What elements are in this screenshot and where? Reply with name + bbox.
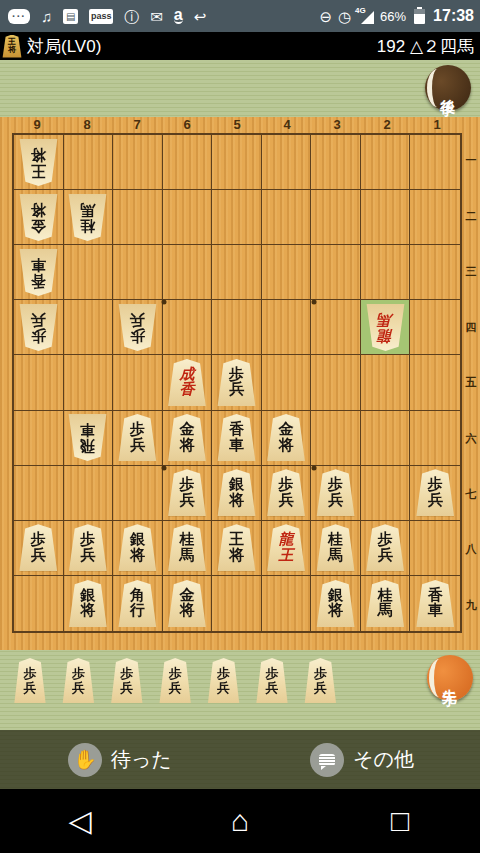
alarm-icon: ◷ <box>338 9 351 24</box>
rank-label: 五 <box>462 355 480 411</box>
shogi-piece[interactable]: 歩兵 <box>216 359 257 406</box>
board-square[interactable] <box>64 135 114 190</box>
mail-icon: ✉ <box>150 9 163 24</box>
board-square[interactable] <box>262 245 312 300</box>
move-counter: 192 △２四馬 <box>377 35 480 58</box>
shogi-piece[interactable]: 桂馬 <box>365 580 406 627</box>
board-square[interactable]: 歩兵 <box>212 355 262 410</box>
board-square[interactable]: 銀将 <box>212 466 262 521</box>
shogi-piece[interactable]: 桂馬 <box>315 524 356 571</box>
rank-label: 九 <box>462 577 480 633</box>
board-square[interactable]: 銀将 <box>113 521 163 576</box>
board-square[interactable] <box>113 135 163 190</box>
shogi-piece[interactable]: 歩兵 <box>13 658 47 703</box>
board-square[interactable]: 桂馬 <box>64 190 114 245</box>
sente-player-badge: 先手 <box>427 655 473 701</box>
board-square[interactable] <box>212 300 262 355</box>
status-bar: ···♫▤passⓘ✉a↩ ⊖ ◷ 4G 66% 17:38 <box>0 0 480 32</box>
bottom-toolbar: ✋ 待った その他 <box>0 730 480 789</box>
board-square[interactable] <box>14 355 64 410</box>
board-square[interactable] <box>14 466 64 521</box>
board-square[interactable] <box>311 300 361 355</box>
shogi-piece[interactable]: 歩兵 <box>303 658 337 703</box>
hand-icon: ✋ <box>68 743 102 777</box>
shogi-piece[interactable]: 金将 <box>266 414 307 461</box>
board-square[interactable]: 桂馬 <box>361 576 411 631</box>
board-square[interactable] <box>410 355 460 410</box>
board-square[interactable]: 金将 <box>262 411 312 466</box>
rank-label: 二 <box>462 189 480 245</box>
shogi-piece[interactable]: 龍馬 <box>365 304 406 351</box>
shogi-piece[interactable]: 香車 <box>216 414 257 461</box>
amazon-icon: a <box>174 8 183 24</box>
board-square[interactable]: 金将 <box>14 190 64 245</box>
board-square[interactable]: 歩兵 <box>113 300 163 355</box>
board-square[interactable] <box>311 411 361 466</box>
board-square[interactable] <box>163 300 213 355</box>
board-square[interactable] <box>410 135 460 190</box>
page-title: 対局(LV0) <box>27 35 377 58</box>
hand-piece[interactable]: 歩兵 <box>13 658 47 703</box>
shogi-piece[interactable]: 香車 <box>18 249 59 296</box>
board-square[interactable] <box>14 576 64 631</box>
board-square[interactable] <box>64 300 114 355</box>
chat-icon <box>310 743 344 777</box>
shogi-piece[interactable]: 歩兵 <box>207 658 241 703</box>
board-square[interactable] <box>410 521 460 576</box>
shogi-piece[interactable]: 金将 <box>166 414 207 461</box>
board-square[interactable] <box>361 355 411 410</box>
board-square[interactable] <box>212 576 262 631</box>
rank-label: 六 <box>462 411 480 467</box>
board-square[interactable] <box>361 245 411 300</box>
file-label: 3 <box>312 117 362 133</box>
info-icon: ⓘ <box>124 9 139 24</box>
shogi-piece[interactable]: 歩兵 <box>117 304 158 351</box>
shogi-piece[interactable]: 銀将 <box>216 469 257 516</box>
music-note-icon: ♫ <box>41 9 52 24</box>
board-square[interactable] <box>64 466 114 521</box>
board-square[interactable] <box>113 190 163 245</box>
board-square[interactable]: 歩兵 <box>14 300 64 355</box>
board-square[interactable] <box>262 135 312 190</box>
board-square[interactable]: 飛車 <box>64 411 114 466</box>
board-square[interactable] <box>113 466 163 521</box>
board-square[interactable]: 成香 <box>163 355 213 410</box>
hand-piece[interactable]: 歩兵 <box>255 658 289 703</box>
board-square[interactable] <box>410 245 460 300</box>
shogi-piece[interactable]: 歩兵 <box>110 658 144 703</box>
board-square[interactable] <box>361 190 411 245</box>
board-grid: 王将金将桂馬香車歩兵歩兵龍馬成香歩兵飛車歩兵金将香車金将歩兵銀将歩兵歩兵歩兵歩兵… <box>12 133 462 633</box>
board-square[interactable] <box>262 190 312 245</box>
rank-label: 八 <box>462 522 480 578</box>
board-square[interactable]: 金将 <box>163 411 213 466</box>
shogi-piece[interactable]: 銀将 <box>117 524 158 571</box>
shogi-piece[interactable]: 歩兵 <box>67 524 108 571</box>
board-square[interactable]: 桂馬 <box>163 521 213 576</box>
board-square[interactable] <box>410 411 460 466</box>
shogi-piece[interactable]: 銀将 <box>315 580 356 627</box>
clock-text: 17:38 <box>433 7 474 25</box>
shogi-piece[interactable]: 金将 <box>166 580 207 627</box>
reply-icon: ↩ <box>194 9 207 24</box>
board-square[interactable]: 歩兵 <box>14 521 64 576</box>
board-square[interactable]: 歩兵 <box>64 521 114 576</box>
shogi-piece[interactable]: 龍王 <box>266 524 307 571</box>
board-square[interactable]: 銀将 <box>311 576 361 631</box>
hand-piece[interactable]: 歩兵 <box>207 658 241 703</box>
rank-label: 七 <box>462 466 480 522</box>
board-square[interactable]: 香車 <box>212 411 262 466</box>
rank-label: 四 <box>462 300 480 356</box>
shogi-piece[interactable]: 歩兵 <box>18 524 59 571</box>
board-square[interactable] <box>212 245 262 300</box>
board-square[interactable]: 金将 <box>163 576 213 631</box>
shogi-piece[interactable]: 飛車 <box>67 414 108 461</box>
board-square[interactable]: 歩兵 <box>163 466 213 521</box>
file-label: 4 <box>262 117 312 133</box>
hoshi-dot <box>312 466 317 471</box>
shogi-piece[interactable]: 歩兵 <box>415 469 456 516</box>
board-square[interactable]: 香車 <box>410 576 460 631</box>
file-label: 9 <box>12 117 62 133</box>
shogi-piece[interactable]: 歩兵 <box>166 469 207 516</box>
board-square[interactable] <box>14 411 64 466</box>
undo-button[interactable]: ✋ 待った <box>68 743 172 777</box>
pass-app-icon: pass <box>89 9 113 24</box>
board-square[interactable] <box>64 355 114 410</box>
board-square[interactable]: 王将 <box>14 135 64 190</box>
board-square[interactable]: 歩兵 <box>361 521 411 576</box>
home-icon[interactable]: ⌂ <box>174 806 307 836</box>
file-label: 7 <box>112 117 162 133</box>
hoshi-dot <box>312 299 317 304</box>
board-square[interactable] <box>361 135 411 190</box>
file-label: 5 <box>212 117 262 133</box>
shogi-piece[interactable]: 王将 <box>18 139 59 186</box>
board-square[interactable] <box>410 300 460 355</box>
board-square[interactable] <box>163 245 213 300</box>
mute-icon: ⊖ <box>319 9 332 24</box>
chat-bubble-icon: ··· <box>8 9 30 24</box>
board-square[interactable] <box>410 190 460 245</box>
shogi-piece[interactable]: 成香 <box>166 359 207 406</box>
shogi-piece[interactable]: 香車 <box>415 580 456 627</box>
file-label: 2 <box>362 117 412 133</box>
back-icon[interactable]: ◁ <box>14 806 147 836</box>
board-square[interactable]: 歩兵 <box>410 466 460 521</box>
board-square[interactable]: 龍王 <box>262 521 312 576</box>
board-square[interactable] <box>212 190 262 245</box>
rank-label: 三 <box>462 244 480 300</box>
board-square[interactable] <box>262 355 312 410</box>
phone-screen: ···♫▤passⓘ✉a↩ ⊖ ◷ 4G 66% 17:38 王将 対局(LV0… <box>0 0 480 853</box>
file-label: 1 <box>412 117 462 133</box>
hand-piece[interactable]: 歩兵 <box>303 658 337 703</box>
shogi-piece[interactable]: 歩兵 <box>266 469 307 516</box>
shogi-piece[interactable]: 歩兵 <box>315 469 356 516</box>
shogi-piece[interactable]: 歩兵 <box>158 658 192 703</box>
rank-label: 一 <box>462 133 480 189</box>
board-square[interactable]: 銀将 <box>64 576 114 631</box>
title-bar: 王将 対局(LV0) 192 △２四馬 <box>0 32 480 60</box>
gote-player-badge: 後手 <box>425 65 471 111</box>
board-square[interactable] <box>113 355 163 410</box>
battery-icon <box>414 9 425 24</box>
shogi-piece[interactable]: 歩兵 <box>18 304 59 351</box>
board-square[interactable] <box>311 355 361 410</box>
file-label: 8 <box>62 117 112 133</box>
shogi-piece[interactable]: 金将 <box>18 194 59 241</box>
board-square[interactable] <box>262 300 312 355</box>
board-square[interactable] <box>311 245 361 300</box>
board-square[interactable] <box>113 245 163 300</box>
other-menu-button[interactable]: その他 <box>310 743 414 777</box>
shogi-piece[interactable]: 歩兵 <box>255 658 289 703</box>
board-square[interactable] <box>361 411 411 466</box>
shogi-piece[interactable]: 桂馬 <box>166 524 207 571</box>
shogi-piece[interactable]: 銀将 <box>67 580 108 627</box>
board-square[interactable] <box>361 466 411 521</box>
file-labels: 987654321 <box>12 117 462 133</box>
android-nav-bar: ◁ ⌂ □ <box>0 789 480 853</box>
hand-piece[interactable]: 歩兵 <box>110 658 144 703</box>
board-square[interactable]: 角行 <box>113 576 163 631</box>
contacts-icon: ▤ <box>63 9 78 24</box>
app-icon: 王将 <box>2 35 22 58</box>
shogi-piece[interactable]: 歩兵 <box>61 658 95 703</box>
board-square[interactable]: 王将 <box>212 521 262 576</box>
board-square[interactable] <box>311 190 361 245</box>
shogi-piece[interactable]: 歩兵 <box>117 414 158 461</box>
battery-percent: 66% <box>380 9 406 24</box>
board-square[interactable] <box>64 245 114 300</box>
board-square[interactable] <box>163 135 213 190</box>
hoshi-dot <box>162 466 167 471</box>
rank-labels: 一二三四五六七八九 <box>462 133 480 633</box>
board-square[interactable] <box>163 190 213 245</box>
shogi-piece[interactable]: 王将 <box>216 524 257 571</box>
recents-icon[interactable]: □ <box>334 806 467 836</box>
file-label: 6 <box>162 117 212 133</box>
hoshi-dot <box>162 299 167 304</box>
board-square[interactable]: 龍馬 <box>361 300 411 355</box>
board-square[interactable]: 桂馬 <box>311 521 361 576</box>
board-square[interactable]: 歩兵 <box>311 466 361 521</box>
board-square[interactable] <box>311 135 361 190</box>
board-square[interactable]: 歩兵 <box>113 411 163 466</box>
shogi-piece[interactable]: 桂馬 <box>67 194 108 241</box>
board-square[interactable] <box>262 576 312 631</box>
hand-piece[interactable]: 歩兵 <box>158 658 192 703</box>
board-square[interactable] <box>212 135 262 190</box>
hand-piece[interactable]: 歩兵 <box>61 658 95 703</box>
signal-icon: 4G <box>357 9 374 24</box>
shogi-piece[interactable]: 角行 <box>117 580 158 627</box>
shogi-piece[interactable]: 歩兵 <box>365 524 406 571</box>
board-square[interactable]: 歩兵 <box>262 466 312 521</box>
board-square[interactable]: 香車 <box>14 245 64 300</box>
